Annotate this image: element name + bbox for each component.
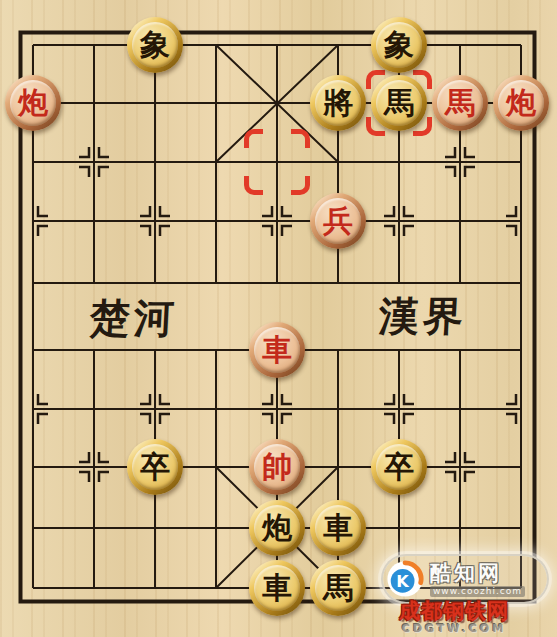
piece-label: 炮 [254,505,300,551]
piece-red-soldier[interactable]: 兵 [310,193,366,249]
piece-label: 卒 [132,444,178,490]
piece-black-general[interactable]: 將 [310,75,366,131]
svg-text:K: K [396,572,409,591]
piece-label: 將 [315,80,361,126]
coozhi-logo-icon: K [386,560,424,598]
watermark-coozhi: K 酷知网 www.coozhi.com [383,556,547,602]
piece-label: 象 [132,22,178,68]
watermark-cdgtw: 成都钢铁网 CDGTW.COM [399,601,509,635]
piece-black-horse[interactable]: 馬 [371,75,427,131]
xiangqi-board: 楚河 漢界 象象炮將馬馬炮兵車卒帥卒炮車車馬 K 酷知网 www.coozhi.… [0,0,557,637]
marker-corner-tr [291,129,310,148]
piece-red-chariot[interactable]: 車 [249,322,305,378]
piece-label: 馬 [437,80,483,126]
piece-label: 車 [254,327,300,373]
marker-corner-bl [244,176,263,195]
last-move-origin-marker [244,129,310,195]
piece-label: 卒 [376,444,422,490]
coozhi-text-block: 酷知网 www.coozhi.com [430,562,525,597]
piece-label: 炮 [10,80,56,126]
piece-red-cannon[interactable]: 炮 [493,75,549,131]
pieces-layer: 象象炮將馬馬炮兵車卒帥卒炮車車馬 [3,15,552,619]
piece-label: 馬 [315,565,361,611]
piece-label: 炮 [498,80,544,126]
piece-black-chariot[interactable]: 車 [249,560,305,616]
cdgtw-url: CDGTW.COM [399,623,509,635]
piece-black-chariot[interactable]: 車 [310,500,366,556]
piece-black-elephant[interactable]: 象 [127,17,183,73]
coozhi-url: www.coozhi.com [430,586,525,597]
piece-label: 車 [254,565,300,611]
piece-label: 車 [315,505,361,551]
piece-black-soldier[interactable]: 卒 [371,439,427,495]
piece-label: 帥 [254,444,300,490]
piece-red-general[interactable]: 帥 [249,439,305,495]
marker-corner-br [291,176,310,195]
piece-label: 馬 [376,80,422,126]
coozhi-site-name: 酷知网 [430,562,525,585]
piece-black-elephant[interactable]: 象 [371,17,427,73]
piece-red-cannon[interactable]: 炮 [5,75,61,131]
piece-black-horse[interactable]: 馬 [310,560,366,616]
piece-black-cannon[interactable]: 炮 [249,500,305,556]
piece-black-soldier[interactable]: 卒 [127,439,183,495]
marker-corner-tl [244,129,263,148]
piece-label: 兵 [315,198,361,244]
piece-label: 象 [376,22,422,68]
piece-red-horse[interactable]: 馬 [432,75,488,131]
cdgtw-site-name: 成都钢铁网 [399,601,509,622]
